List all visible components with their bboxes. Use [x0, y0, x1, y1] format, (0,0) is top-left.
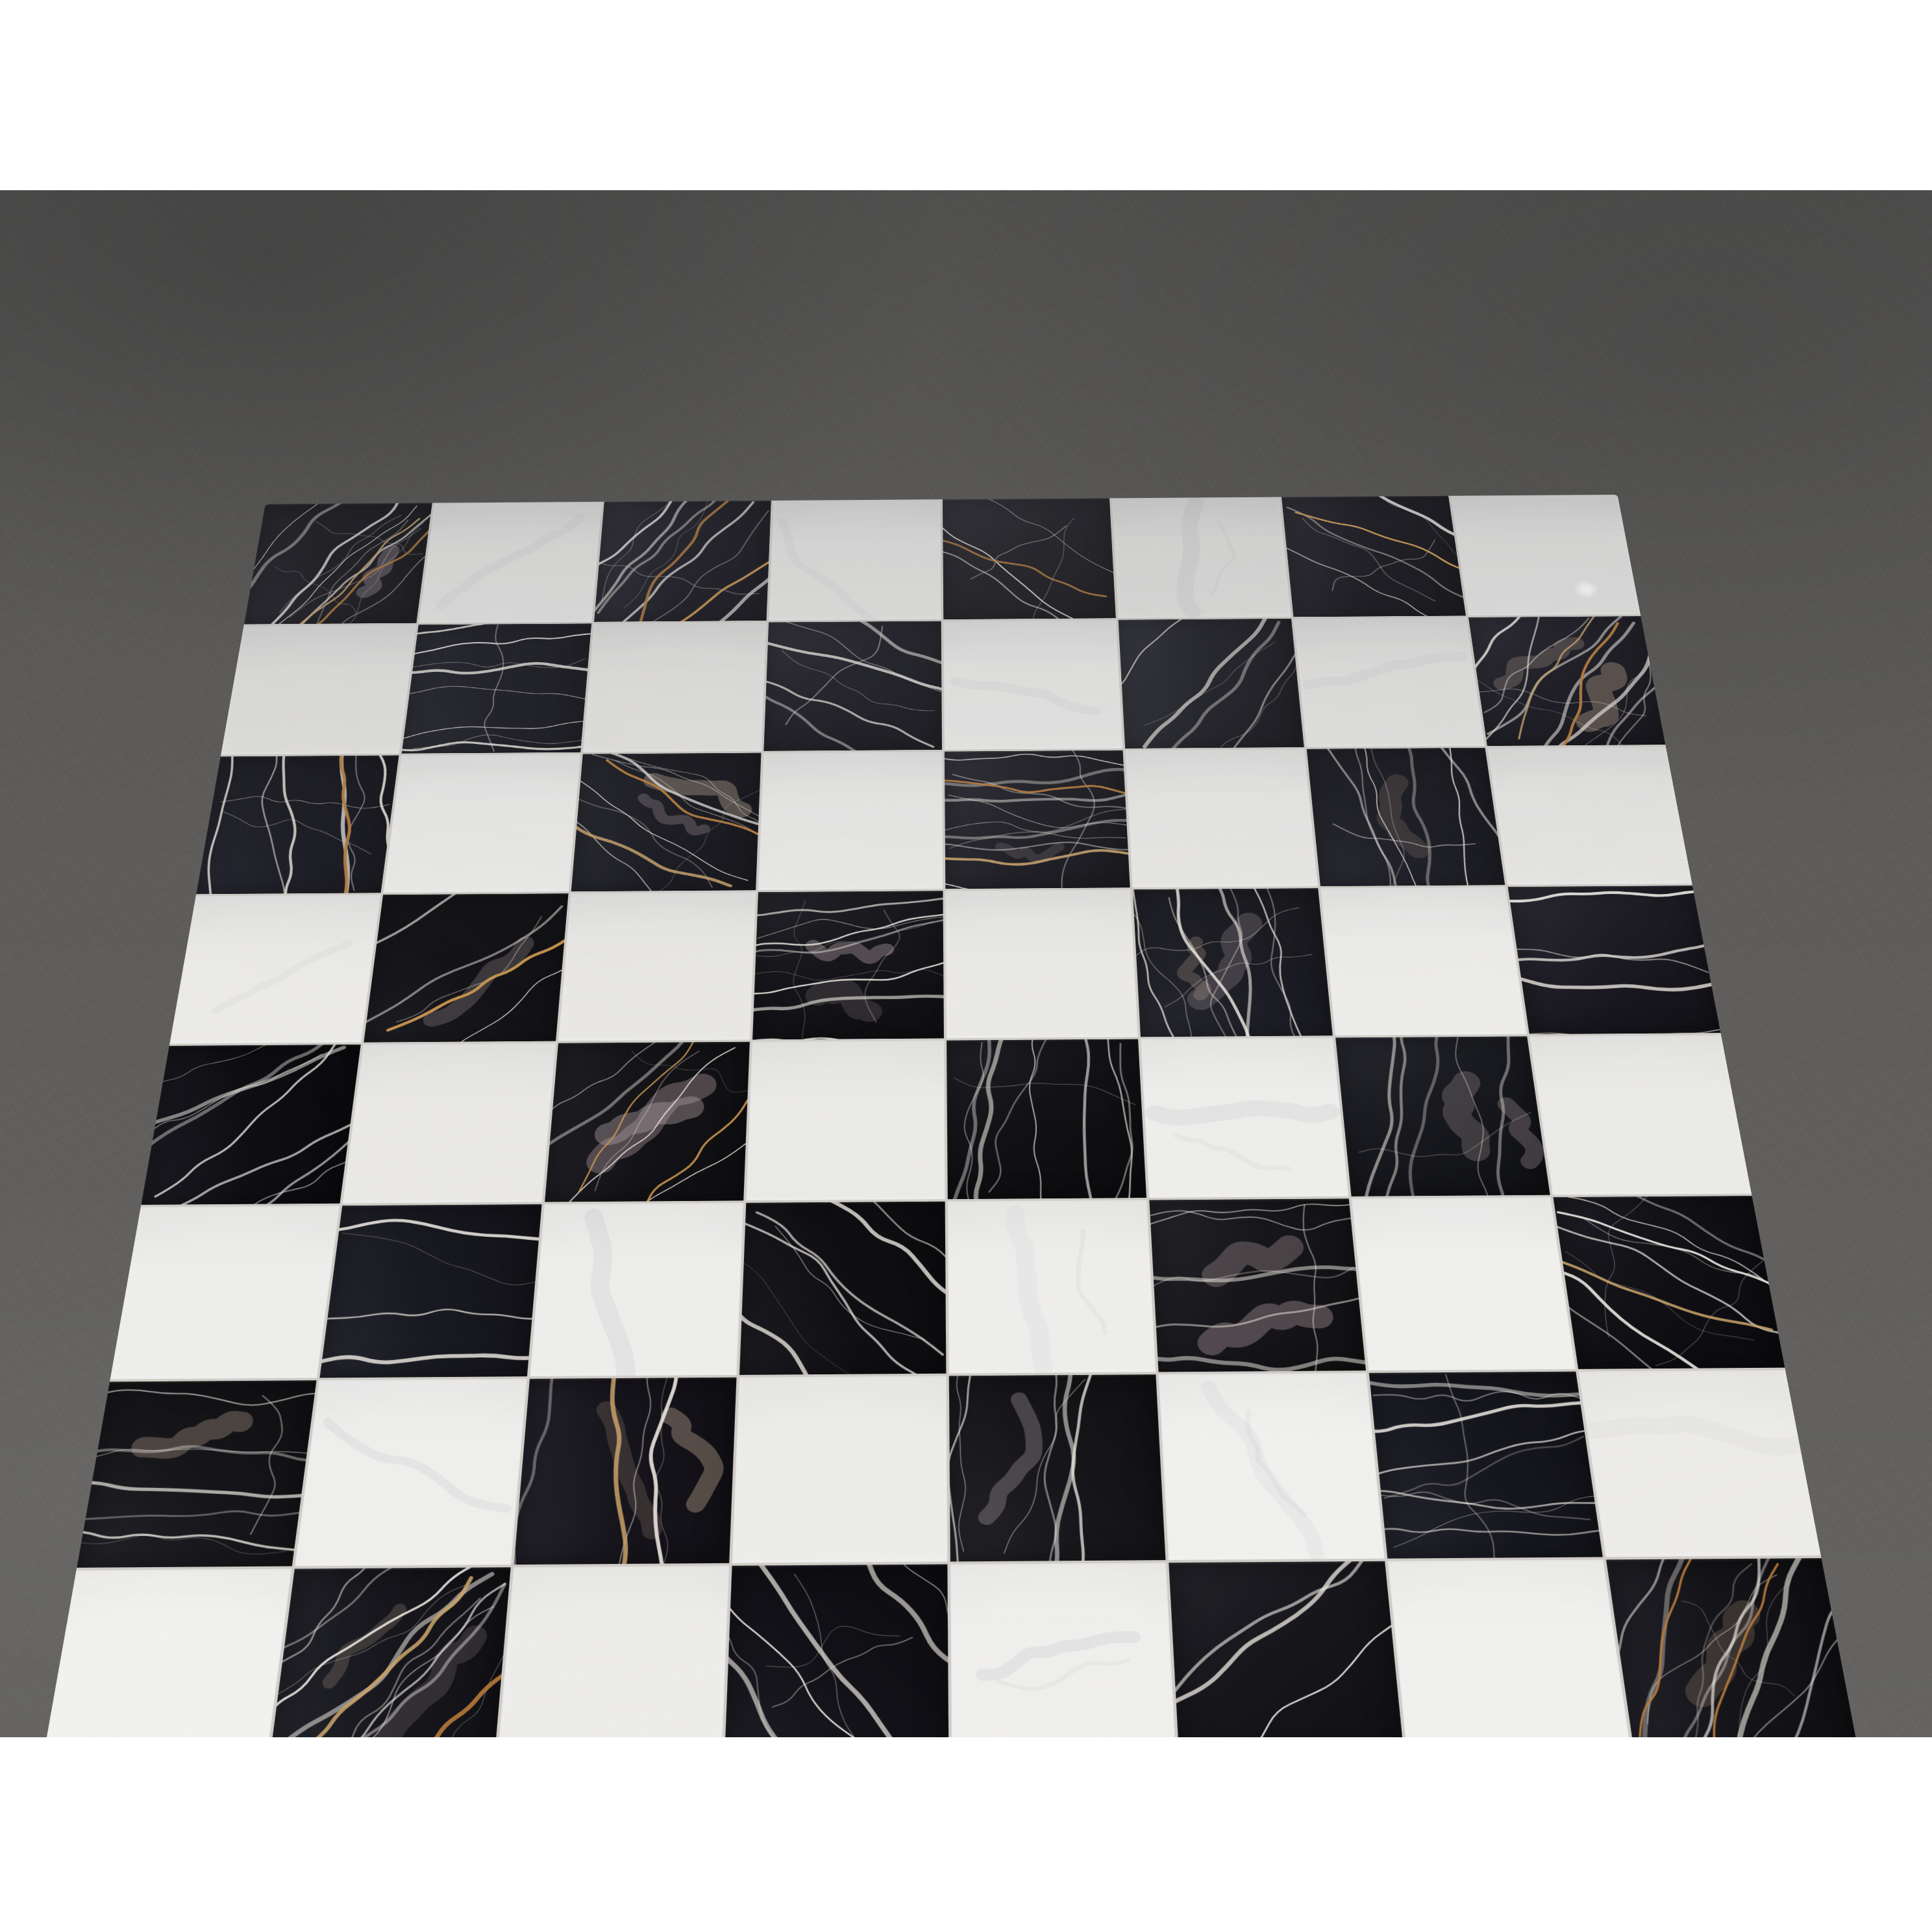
marble-veins	[947, 1039, 1146, 1200]
square-r4c5-light	[945, 889, 1138, 1038]
square-r4c1-light	[169, 895, 380, 1044]
square-r2c8-dark	[1468, 616, 1666, 745]
marble-veins	[141, 1045, 361, 1205]
square-r4c7-light	[1320, 887, 1527, 1035]
marble-veins	[739, 1202, 947, 1375]
faint-marble-shading	[1159, 1372, 1384, 1559]
square-r8c3-light	[496, 1566, 729, 1737]
square-r4c3-light	[558, 892, 756, 1041]
square-r1c6-light	[1112, 497, 1291, 619]
square-r6c3-light	[530, 1203, 743, 1376]
square-r5c3-dark	[545, 1042, 750, 1202]
square-r2c2-dark	[402, 624, 591, 754]
square-r6c6-dark	[1150, 1199, 1366, 1372]
faint-marble-shading	[530, 1203, 743, 1376]
square-r6c1-light	[110, 1206, 340, 1379]
square-r6c4-dark	[739, 1202, 947, 1375]
square-r6c7-light	[1351, 1197, 1575, 1370]
square-r8c1-light	[40, 1568, 291, 1737]
marble-veins	[949, 1374, 1166, 1561]
square-r6c8-dark	[1553, 1196, 1785, 1368]
marble-veins	[1133, 888, 1332, 1037]
faint-marble-shading	[950, 1563, 1177, 1737]
square-r8c7-light	[1387, 1559, 1632, 1737]
marble-veins	[514, 1377, 736, 1565]
square-r1c4-light	[769, 499, 941, 621]
marble-veins	[402, 624, 591, 754]
board-photo-background	[0, 190, 1932, 1737]
square-r7c2-light	[295, 1378, 526, 1566]
marble-veins	[1507, 885, 1720, 1034]
marble-veins	[268, 1567, 510, 1737]
faint-marble-shading	[943, 620, 1122, 750]
square-r1c1-dark	[244, 503, 432, 625]
marble-veins	[594, 501, 771, 622]
square-r3c7-dark	[1306, 747, 1505, 886]
square-r5c7-dark	[1335, 1036, 1550, 1196]
faint-marble-shading	[1578, 1370, 1821, 1557]
square-r2c5-light	[943, 620, 1122, 750]
chessboard	[40, 495, 1860, 1737]
marble-veins	[724, 1564, 948, 1737]
square-r2c4-dark	[763, 621, 942, 751]
square-r8c6-dark	[1169, 1561, 1404, 1737]
marble-veins	[571, 752, 761, 891]
marble-veins	[1368, 1371, 1602, 1558]
square-r7c3-dark	[514, 1377, 736, 1565]
square-r6c5-light	[948, 1200, 1156, 1373]
faint-marble-shading	[769, 499, 941, 621]
marble-veins	[945, 750, 1130, 889]
square-r7c5-dark	[949, 1374, 1166, 1561]
square-r4c8-dark	[1507, 885, 1720, 1034]
square-r2c3-light	[583, 623, 767, 752]
marble-veins	[1335, 1036, 1550, 1196]
square-r1c3-dark	[594, 501, 771, 622]
square-r7c4-light	[732, 1376, 947, 1563]
square-r8c2-dark	[268, 1567, 510, 1737]
square-r5c2-light	[343, 1043, 555, 1204]
chessboard-surface	[40, 495, 1860, 1737]
square-r5c6-light	[1141, 1037, 1348, 1198]
chessboard-scene	[164, 258, 1727, 1737]
square-r7c7-dark	[1368, 1371, 1602, 1558]
marble-veins	[1169, 1561, 1404, 1737]
square-r2c1-light	[221, 625, 416, 754]
square-r2c7-light	[1293, 617, 1485, 747]
square-r7c1-dark	[77, 1380, 317, 1568]
marble-veins	[943, 498, 1116, 619]
square-r3c4-light	[758, 751, 943, 890]
marble-veins	[364, 893, 568, 1043]
square-r7c6-light	[1159, 1372, 1384, 1559]
marble-veins	[1282, 496, 1466, 617]
square-r2c6-dark	[1119, 619, 1304, 748]
square-r5c8-light	[1529, 1035, 1752, 1195]
square-r4c2-dark	[364, 893, 568, 1043]
marble-veins	[1606, 1558, 1861, 1737]
marble-veins	[1553, 1196, 1785, 1368]
marble-veins	[320, 1204, 541, 1378]
square-r4c4-dark	[752, 891, 944, 1039]
square-r3c2-light	[384, 754, 580, 893]
square-r3c1-dark	[196, 755, 399, 894]
square-r1c5-dark	[943, 498, 1116, 619]
square-r5c4-light	[746, 1041, 945, 1201]
marble-veins	[1468, 616, 1666, 745]
square-r1c7-dark	[1282, 496, 1466, 617]
faint-marble-shading	[169, 895, 380, 1044]
square-r5c1-dark	[141, 1045, 361, 1205]
square-r1c2-light	[419, 502, 602, 623]
marble-veins	[1119, 619, 1304, 748]
marble-veins	[196, 755, 399, 894]
marble-veins	[244, 503, 432, 625]
faint-marble-shading	[948, 1200, 1156, 1373]
marble-veins	[763, 621, 942, 751]
square-r6c2-dark	[320, 1204, 541, 1378]
square-r4c6-dark	[1133, 888, 1332, 1037]
faint-marble-shading	[1141, 1037, 1348, 1198]
square-r8c4-dark	[724, 1564, 948, 1737]
square-r5c5-dark	[947, 1039, 1146, 1200]
square-r7c8-light	[1578, 1370, 1821, 1557]
marble-veins	[752, 891, 944, 1039]
marble-veins	[77, 1380, 317, 1568]
square-r8c8-dark	[1606, 1558, 1861, 1737]
square-r3c3-dark	[571, 752, 761, 891]
faint-marble-shading	[419, 502, 602, 623]
marble-veins	[1306, 747, 1505, 886]
faint-marble-shading	[1293, 617, 1485, 747]
square-r3c6-light	[1126, 749, 1318, 887]
square-r3c8-light	[1487, 746, 1692, 884]
square-r3c5-dark	[945, 750, 1130, 889]
faint-marble-shading	[1112, 497, 1291, 619]
square-r8c5-light	[950, 1563, 1177, 1737]
faint-marble-shading	[295, 1378, 526, 1566]
marble-veins	[1150, 1199, 1366, 1372]
square-r1c8-light	[1450, 495, 1641, 616]
marble-veins	[545, 1042, 750, 1202]
